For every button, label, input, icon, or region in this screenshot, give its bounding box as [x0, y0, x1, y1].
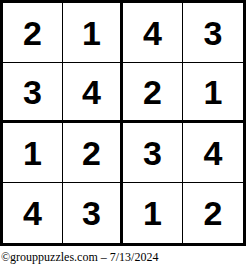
sudoku-cell-r4c4[interactable]: 2: [183, 183, 243, 243]
sudoku-cell-r4c3[interactable]: 1: [123, 183, 183, 243]
sudoku-cell-r1c3[interactable]: 4: [123, 3, 183, 63]
copyright-credit: ©grouppuzzles.com – 7/13/2024: [1, 250, 247, 265]
sudoku-cell-r4c2[interactable]: 3: [63, 183, 123, 243]
sudoku-board: 2 1 4 3 3 4 2 1 1 2 3 4 4 3 1 2: [0, 0, 246, 246]
sudoku-cell-r1c4[interactable]: 3: [183, 3, 243, 63]
sudoku-cell-r1c2[interactable]: 1: [63, 3, 123, 63]
sudoku-cell-r3c1[interactable]: 1: [3, 123, 63, 183]
sudoku-cell-r3c3[interactable]: 3: [123, 123, 183, 183]
sudoku-cell-r1c1[interactable]: 2: [3, 3, 63, 63]
sudoku-cell-r3c4[interactable]: 4: [183, 123, 243, 183]
sudoku-cell-r4c1[interactable]: 4: [3, 183, 63, 243]
sudoku-cell-r2c1[interactable]: 3: [3, 63, 63, 123]
sudoku-cell-r2c4[interactable]: 1: [183, 63, 243, 123]
sudoku-cell-r2c2[interactable]: 4: [63, 63, 123, 123]
sudoku-cell-r3c2[interactable]: 2: [63, 123, 123, 183]
sudoku-cell-r2c3[interactable]: 2: [123, 63, 183, 123]
